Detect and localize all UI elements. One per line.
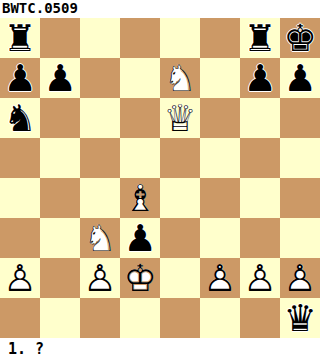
- square-c7[interactable]: [80, 58, 120, 98]
- square-f3[interactable]: [200, 218, 240, 258]
- square-h3[interactable]: [280, 218, 320, 258]
- square-h6[interactable]: [280, 98, 320, 138]
- square-d8[interactable]: [120, 18, 160, 58]
- move-prompt: 1. ?: [0, 338, 320, 360]
- square-g7[interactable]: ♟: [240, 58, 280, 98]
- white-king-d2[interactable]: ♚♔: [120, 258, 160, 298]
- square-d7[interactable]: [120, 58, 160, 98]
- black-knight-a6[interactable]: ♞: [0, 98, 40, 138]
- piece-outline-glyph: ♙: [200, 258, 240, 298]
- square-f1[interactable]: [200, 298, 240, 338]
- white-pawn-f2[interactable]: ♟♙: [200, 258, 240, 298]
- square-b4[interactable]: [40, 178, 80, 218]
- white-pawn-g2[interactable]: ♟♙: [240, 258, 280, 298]
- piece-outline-glyph: ♘: [160, 58, 200, 98]
- square-a4[interactable]: [0, 178, 40, 218]
- square-h4[interactable]: [280, 178, 320, 218]
- piece-outline-glyph: ♘: [80, 218, 120, 258]
- square-h2[interactable]: ♟♙: [280, 258, 320, 298]
- white-knight-c3[interactable]: ♞♘: [80, 218, 120, 258]
- square-e3[interactable]: [160, 218, 200, 258]
- square-a8[interactable]: ♜: [0, 18, 40, 58]
- square-f4[interactable]: [200, 178, 240, 218]
- square-d1[interactable]: [120, 298, 160, 338]
- white-knight-e7[interactable]: ♞♘: [160, 58, 200, 98]
- square-f8[interactable]: [200, 18, 240, 58]
- square-g4[interactable]: [240, 178, 280, 218]
- black-pawn-g7[interactable]: ♟: [240, 58, 280, 98]
- square-h7[interactable]: ♟: [280, 58, 320, 98]
- square-b5[interactable]: [40, 138, 80, 178]
- black-rook-g8[interactable]: ♜: [240, 18, 280, 58]
- square-d6[interactable]: [120, 98, 160, 138]
- square-c3[interactable]: ♞♘: [80, 218, 120, 258]
- square-b3[interactable]: [40, 218, 80, 258]
- square-b6[interactable]: [40, 98, 80, 138]
- white-pawn-h2[interactable]: ♟♙: [280, 258, 320, 298]
- square-a6[interactable]: ♞: [0, 98, 40, 138]
- square-b8[interactable]: [40, 18, 80, 58]
- square-a5[interactable]: [0, 138, 40, 178]
- white-pawn-c2[interactable]: ♟♙: [80, 258, 120, 298]
- black-queen-h1[interactable]: ♛: [280, 298, 320, 338]
- square-h5[interactable]: [280, 138, 320, 178]
- square-e2[interactable]: [160, 258, 200, 298]
- square-e6[interactable]: ♛♕: [160, 98, 200, 138]
- square-g5[interactable]: [240, 138, 280, 178]
- piece-outline-glyph: ♙: [80, 258, 120, 298]
- square-d4[interactable]: ♝♗: [120, 178, 160, 218]
- white-bishop-d4[interactable]: ♝♗: [120, 178, 160, 218]
- piece-outline-glyph: ♗: [120, 178, 160, 218]
- piece-outline-glyph: ♙: [280, 258, 320, 298]
- piece-outline-glyph: ♙: [240, 258, 280, 298]
- black-pawn-d3[interactable]: ♟: [120, 218, 160, 258]
- chess-board: ♜♜♚♟♟♞♘♟♟♞♛♕♝♗♞♘♟♟♙♟♙♚♔♟♙♟♙♟♙♛: [0, 18, 320, 338]
- square-c8[interactable]: [80, 18, 120, 58]
- square-d5[interactable]: [120, 138, 160, 178]
- black-pawn-h7[interactable]: ♟: [280, 58, 320, 98]
- square-f5[interactable]: [200, 138, 240, 178]
- square-e8[interactable]: [160, 18, 200, 58]
- square-d3[interactable]: ♟: [120, 218, 160, 258]
- black-king-h8[interactable]: ♚: [280, 18, 320, 58]
- square-c1[interactable]: [80, 298, 120, 338]
- square-e7[interactable]: ♞♘: [160, 58, 200, 98]
- square-h1[interactable]: ♛: [280, 298, 320, 338]
- square-g1[interactable]: [240, 298, 280, 338]
- square-d2[interactable]: ♚♔: [120, 258, 160, 298]
- square-a2[interactable]: ♟♙: [0, 258, 40, 298]
- square-b1[interactable]: [40, 298, 80, 338]
- chess-app-window: BWTC.0509 ♜♜♚♟♟♞♘♟♟♞♛♕♝♗♞♘♟♟♙♟♙♚♔♟♙♟♙♟♙♛…: [0, 0, 320, 360]
- square-h8[interactable]: ♚: [280, 18, 320, 58]
- square-c4[interactable]: [80, 178, 120, 218]
- piece-outline-glyph: ♔: [120, 258, 160, 298]
- square-g6[interactable]: [240, 98, 280, 138]
- square-g2[interactable]: ♟♙: [240, 258, 280, 298]
- square-b2[interactable]: [40, 258, 80, 298]
- square-b7[interactable]: ♟: [40, 58, 80, 98]
- square-c6[interactable]: [80, 98, 120, 138]
- white-queen-e6[interactable]: ♛♕: [160, 98, 200, 138]
- square-f6[interactable]: [200, 98, 240, 138]
- square-c5[interactable]: [80, 138, 120, 178]
- black-rook-a8[interactable]: ♜: [0, 18, 40, 58]
- puzzle-title: BWTC.0509: [0, 0, 320, 18]
- square-a1[interactable]: [0, 298, 40, 338]
- square-e4[interactable]: [160, 178, 200, 218]
- square-g8[interactable]: ♜: [240, 18, 280, 58]
- square-f2[interactable]: ♟♙: [200, 258, 240, 298]
- black-pawn-b7[interactable]: ♟: [40, 58, 80, 98]
- square-a7[interactable]: ♟: [0, 58, 40, 98]
- white-pawn-a2[interactable]: ♟♙: [0, 258, 40, 298]
- piece-outline-glyph: ♕: [160, 98, 200, 138]
- square-e5[interactable]: [160, 138, 200, 178]
- square-g3[interactable]: [240, 218, 280, 258]
- square-c2[interactable]: ♟♙: [80, 258, 120, 298]
- piece-outline-glyph: ♙: [0, 258, 40, 298]
- black-pawn-a7[interactable]: ♟: [0, 58, 40, 98]
- square-f7[interactable]: [200, 58, 240, 98]
- square-a3[interactable]: [0, 218, 40, 258]
- square-e1[interactable]: [160, 298, 200, 338]
